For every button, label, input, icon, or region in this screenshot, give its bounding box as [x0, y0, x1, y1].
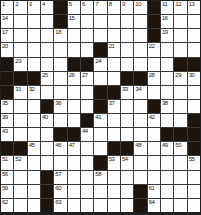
- white-cell[interactable]: [94, 29, 106, 42]
- white-cell[interactable]: 49: [161, 142, 173, 155]
- clue-number: 18: [55, 29, 61, 35]
- black-cell: [41, 171, 53, 184]
- white-cell[interactable]: 26: [68, 72, 80, 85]
- clue-number: 2: [15, 1, 18, 7]
- white-cell[interactable]: [108, 15, 120, 28]
- clue-number: 49: [162, 142, 168, 148]
- white-cell[interactable]: [108, 114, 120, 127]
- white-cell[interactable]: [81, 86, 93, 99]
- white-cell[interactable]: 38: [161, 100, 173, 113]
- white-cell[interactable]: 15: [68, 15, 80, 28]
- white-cell[interactable]: [188, 29, 200, 42]
- black-cell: [188, 114, 200, 127]
- white-cell[interactable]: [148, 156, 160, 169]
- white-cell[interactable]: [121, 15, 133, 28]
- white-cell[interactable]: [41, 156, 53, 169]
- black-cell: [148, 29, 160, 42]
- white-cell[interactable]: 45: [28, 142, 40, 155]
- black-cell: [28, 72, 40, 85]
- black-cell: [148, 1, 160, 14]
- black-cell: [14, 72, 26, 85]
- white-cell[interactable]: 50: [174, 142, 186, 155]
- white-cell[interactable]: [14, 100, 26, 113]
- white-cell[interactable]: [68, 199, 80, 212]
- white-cell[interactable]: [28, 185, 40, 198]
- clue-number: 1: [2, 1, 5, 7]
- white-cell[interactable]: 9: [121, 1, 133, 14]
- clue-number: 7: [95, 1, 98, 7]
- clue-number: 33: [122, 86, 128, 92]
- clue-number: 12: [175, 1, 181, 7]
- white-cell[interactable]: [174, 100, 186, 113]
- white-cell[interactable]: 32: [28, 86, 40, 99]
- white-cell[interactable]: 28: [148, 72, 160, 85]
- white-cell[interactable]: [161, 171, 173, 184]
- white-cell[interactable]: 3: [28, 1, 40, 14]
- clue-number: 17: [2, 29, 8, 35]
- white-cell[interactable]: [14, 15, 26, 28]
- black-cell: [1, 72, 13, 85]
- clue-number: 56: [2, 171, 8, 177]
- white-cell[interactable]: 41: [94, 114, 106, 127]
- black-cell: [188, 58, 200, 71]
- clue-number: 59: [2, 185, 8, 191]
- white-cell[interactable]: [108, 185, 120, 198]
- clue-number: 50: [175, 142, 181, 148]
- clue-number: 5: [69, 1, 72, 7]
- white-cell[interactable]: 5: [68, 1, 80, 14]
- white-cell[interactable]: 46: [54, 142, 66, 155]
- clue-number: 47: [69, 142, 75, 148]
- white-cell[interactable]: 51: [1, 156, 13, 169]
- black-cell: [188, 142, 200, 155]
- white-cell[interactable]: [161, 43, 173, 56]
- white-cell[interactable]: [28, 58, 40, 71]
- white-cell[interactable]: 59: [1, 185, 13, 198]
- white-cell[interactable]: [121, 199, 133, 212]
- clue-number: 26: [69, 72, 75, 78]
- white-cell[interactable]: [81, 185, 93, 198]
- white-cell[interactable]: [121, 128, 133, 141]
- clue-number: 35: [2, 100, 8, 106]
- clue-number: 51: [2, 156, 8, 162]
- white-cell[interactable]: [81, 43, 93, 56]
- white-cell[interactable]: 61: [148, 185, 160, 198]
- white-cell[interactable]: [134, 171, 146, 184]
- white-cell[interactable]: 36: [54, 100, 66, 113]
- clue-number: 64: [149, 199, 155, 205]
- black-cell: [54, 128, 66, 141]
- clue-number: 37: [109, 100, 115, 106]
- white-cell[interactable]: [188, 86, 200, 99]
- white-cell[interactable]: 47: [68, 142, 80, 155]
- clue-number: 48: [135, 142, 141, 148]
- white-cell[interactable]: [188, 185, 200, 198]
- clue-number: 61: [149, 185, 155, 191]
- white-cell[interactable]: [134, 29, 146, 42]
- white-cell[interactable]: [54, 156, 66, 169]
- white-cell[interactable]: [134, 128, 146, 141]
- white-cell[interactable]: 14: [1, 15, 13, 28]
- white-cell[interactable]: [94, 199, 106, 212]
- black-cell: [14, 142, 26, 155]
- black-cell: [134, 72, 146, 85]
- clue-number: 13: [189, 1, 195, 7]
- white-cell[interactable]: [81, 171, 93, 184]
- white-cell[interactable]: 62: [1, 199, 13, 212]
- white-cell[interactable]: [174, 15, 186, 28]
- white-cell[interactable]: [108, 58, 120, 71]
- white-cell[interactable]: [121, 185, 133, 198]
- white-cell[interactable]: 20: [1, 43, 13, 56]
- white-cell[interactable]: 39: [1, 114, 13, 127]
- white-cell[interactable]: [121, 114, 133, 127]
- black-cell: [94, 156, 106, 169]
- black-cell: [68, 128, 80, 141]
- black-cell: [41, 199, 53, 212]
- clue-number: 46: [55, 142, 61, 148]
- white-cell[interactable]: [161, 114, 173, 127]
- clue-number: 44: [82, 128, 88, 134]
- white-cell[interactable]: [174, 185, 186, 198]
- white-cell[interactable]: 54: [121, 156, 133, 169]
- white-cell[interactable]: [161, 58, 173, 71]
- white-cell[interactable]: 35: [1, 100, 13, 113]
- white-cell[interactable]: 58: [94, 171, 106, 184]
- white-cell[interactable]: [14, 185, 26, 198]
- white-cell[interactable]: [81, 142, 93, 155]
- white-cell[interactable]: 10: [134, 1, 146, 14]
- white-cell[interactable]: [28, 114, 40, 127]
- black-cell: [68, 58, 80, 71]
- clue-number: 39: [2, 114, 8, 120]
- white-cell[interactable]: 22: [148, 43, 160, 56]
- white-cell[interactable]: [188, 43, 200, 56]
- white-cell[interactable]: [161, 86, 173, 99]
- white-cell[interactable]: [134, 114, 146, 127]
- clue-number: 28: [149, 72, 155, 78]
- white-cell[interactable]: 17: [1, 29, 13, 42]
- clue-number: 41: [95, 114, 101, 120]
- white-cell[interactable]: [148, 142, 160, 155]
- black-cell: [94, 43, 106, 56]
- black-cell: [108, 142, 120, 155]
- white-cell[interactable]: [81, 29, 93, 42]
- black-cell: [1, 58, 13, 71]
- clue-number: 8: [109, 1, 112, 7]
- white-cell[interactable]: [14, 114, 26, 127]
- white-cell[interactable]: 42: [148, 114, 160, 127]
- black-cell: [54, 1, 66, 14]
- white-cell[interactable]: [161, 72, 173, 85]
- clue-number: 9: [122, 1, 125, 7]
- white-cell[interactable]: [81, 15, 93, 28]
- clue-number: 24: [95, 58, 101, 64]
- white-cell[interactable]: [54, 43, 66, 56]
- white-cell[interactable]: [188, 100, 200, 113]
- black-cell: [134, 199, 146, 212]
- clue-number: 62: [2, 199, 8, 205]
- black-cell: [94, 86, 106, 99]
- white-cell[interactable]: [41, 15, 53, 28]
- white-cell[interactable]: [14, 171, 26, 184]
- white-cell[interactable]: 18: [54, 29, 66, 42]
- white-cell[interactable]: [41, 86, 53, 99]
- white-cell[interactable]: [68, 156, 80, 169]
- clue-number: 57: [55, 171, 61, 177]
- white-cell[interactable]: [94, 72, 106, 85]
- white-cell[interactable]: 8: [108, 1, 120, 14]
- white-cell[interactable]: [68, 29, 80, 42]
- clue-number: 30: [189, 72, 195, 78]
- white-cell[interactable]: 13: [188, 1, 200, 14]
- white-cell[interactable]: 56: [1, 171, 13, 184]
- clue-number: 32: [29, 86, 35, 92]
- clue-number: 60: [55, 185, 61, 191]
- white-cell[interactable]: [161, 185, 173, 198]
- clue-number: 11: [162, 1, 167, 7]
- white-cell[interactable]: [81, 156, 93, 169]
- white-cell[interactable]: 23: [14, 58, 26, 71]
- white-cell[interactable]: 7: [94, 1, 106, 14]
- white-cell[interactable]: 55: [188, 156, 200, 169]
- white-cell[interactable]: [174, 86, 186, 99]
- black-cell: [1, 142, 13, 155]
- clue-number: 29: [175, 72, 181, 78]
- clue-number: 58: [95, 171, 101, 177]
- white-cell[interactable]: [134, 58, 146, 71]
- white-cell[interactable]: [161, 199, 173, 212]
- white-cell[interactable]: [41, 128, 53, 141]
- black-cell: [121, 142, 133, 155]
- white-cell[interactable]: [68, 185, 80, 198]
- clue-number: 54: [122, 156, 128, 162]
- white-cell[interactable]: [94, 15, 106, 28]
- black-cell: [108, 86, 120, 99]
- black-cell: [81, 58, 93, 71]
- clue-number: 31: [15, 86, 21, 92]
- white-cell[interactable]: 34: [134, 86, 146, 99]
- clue-number: 16: [162, 15, 168, 21]
- white-cell[interactable]: [81, 199, 93, 212]
- white-cell[interactable]: 33: [121, 86, 133, 99]
- black-cell: [94, 100, 106, 113]
- white-cell[interactable]: [174, 199, 186, 212]
- black-cell: [188, 128, 200, 141]
- white-cell[interactable]: [28, 171, 40, 184]
- white-cell[interactable]: [54, 72, 66, 85]
- white-cell[interactable]: [108, 72, 120, 85]
- clue-number: 23: [15, 58, 21, 64]
- clue-number: 27: [82, 72, 88, 78]
- white-cell[interactable]: [121, 29, 133, 42]
- black-cell: [41, 100, 53, 113]
- white-cell[interactable]: 40: [41, 114, 53, 127]
- white-cell[interactable]: [41, 29, 53, 42]
- white-cell[interactable]: [174, 171, 186, 184]
- white-cell[interactable]: 64: [148, 199, 160, 212]
- clue-number: 38: [162, 100, 168, 106]
- white-cell[interactable]: 37: [108, 100, 120, 113]
- white-cell[interactable]: 12: [174, 1, 186, 14]
- black-cell: [148, 15, 160, 28]
- clue-number: 34: [135, 86, 141, 92]
- black-cell: [148, 100, 160, 113]
- white-cell[interactable]: [14, 128, 26, 141]
- white-cell[interactable]: [188, 199, 200, 212]
- white-cell[interactable]: 29: [174, 72, 186, 85]
- clue-number: 40: [42, 114, 48, 120]
- clue-number: 36: [55, 100, 61, 106]
- white-cell[interactable]: [41, 142, 53, 155]
- white-cell[interactable]: [68, 86, 80, 99]
- white-cell[interactable]: [174, 156, 186, 169]
- white-cell[interactable]: [161, 156, 173, 169]
- clue-number: 20: [2, 43, 8, 49]
- black-cell: [41, 185, 53, 198]
- white-cell[interactable]: [94, 128, 106, 141]
- white-cell[interactable]: [28, 29, 40, 42]
- white-cell[interactable]: 44: [81, 128, 93, 141]
- white-cell[interactable]: [134, 156, 146, 169]
- black-cell: [121, 72, 133, 85]
- white-cell[interactable]: [148, 171, 160, 184]
- white-cell[interactable]: [28, 199, 40, 212]
- white-cell[interactable]: [134, 43, 146, 56]
- white-cell[interactable]: 53: [108, 156, 120, 169]
- white-cell[interactable]: [54, 86, 66, 99]
- white-cell[interactable]: [28, 156, 40, 169]
- white-cell[interactable]: [188, 171, 200, 184]
- black-cell: [174, 58, 186, 71]
- clue-number: 55: [189, 156, 195, 162]
- white-cell[interactable]: [121, 171, 133, 184]
- white-cell[interactable]: [41, 43, 53, 56]
- white-cell[interactable]: 52: [14, 156, 26, 169]
- white-cell[interactable]: 24: [94, 58, 106, 71]
- white-cell[interactable]: [121, 43, 133, 56]
- clue-number: 42: [149, 114, 155, 120]
- black-cell: [54, 15, 66, 28]
- clue-number: 3: [29, 1, 32, 7]
- clue-number: 21: [109, 43, 115, 49]
- white-cell[interactable]: [28, 43, 40, 56]
- white-cell[interactable]: 48: [134, 142, 146, 155]
- white-cell[interactable]: 31: [14, 86, 26, 99]
- white-cell[interactable]: [108, 29, 120, 42]
- white-cell[interactable]: [121, 58, 133, 71]
- white-cell[interactable]: [108, 199, 120, 212]
- white-cell[interactable]: [188, 15, 200, 28]
- white-cell[interactable]: [28, 15, 40, 28]
- white-cell[interactable]: [54, 58, 66, 71]
- white-cell[interactable]: [108, 128, 120, 141]
- white-cell[interactable]: [174, 43, 186, 56]
- white-cell[interactable]: 43: [1, 128, 13, 141]
- white-cell[interactable]: 57: [54, 171, 66, 184]
- white-cell[interactable]: 1: [1, 1, 13, 14]
- white-cell[interactable]: 27: [81, 72, 93, 85]
- white-cell[interactable]: [174, 29, 186, 42]
- clue-number: 22: [149, 43, 155, 49]
- white-cell[interactable]: [108, 171, 120, 184]
- clue-number: 4: [42, 1, 45, 7]
- clue-number: 14: [2, 15, 8, 21]
- clue-number: 25: [42, 72, 48, 78]
- white-cell[interactable]: [134, 100, 146, 113]
- white-cell[interactable]: [148, 86, 160, 99]
- white-cell[interactable]: 63: [54, 199, 66, 212]
- white-cell[interactable]: [54, 114, 66, 127]
- white-cell[interactable]: [28, 100, 40, 113]
- white-cell[interactable]: 4: [41, 1, 53, 14]
- crossword-board: 1234567891011121314151617181920212223242…: [0, 0, 201, 215]
- white-cell[interactable]: 2: [14, 1, 26, 14]
- white-cell[interactable]: [148, 128, 160, 141]
- clue-number: 43: [2, 128, 8, 134]
- white-cell[interactable]: [68, 100, 80, 113]
- white-cell[interactable]: 11: [161, 1, 173, 14]
- white-cell[interactable]: [121, 100, 133, 113]
- white-cell[interactable]: 21: [108, 43, 120, 56]
- clue-number: 53: [109, 156, 115, 162]
- white-cell[interactable]: [81, 100, 93, 113]
- white-cell[interactable]: [14, 29, 26, 42]
- clue-number: 52: [15, 156, 21, 162]
- white-cell[interactable]: [28, 128, 40, 141]
- clue-number: 63: [55, 199, 61, 205]
- white-cell[interactable]: 30: [188, 72, 200, 85]
- clue-number: 15: [69, 15, 75, 21]
- clue-number: 45: [29, 142, 35, 148]
- black-cell: [174, 128, 186, 141]
- white-cell[interactable]: [148, 58, 160, 71]
- white-cell[interactable]: 60: [54, 185, 66, 198]
- black-cell: [1, 86, 13, 99]
- white-cell[interactable]: [94, 142, 106, 155]
- white-cell[interactable]: [174, 114, 186, 127]
- white-cell[interactable]: 16: [161, 15, 173, 28]
- white-cell[interactable]: [14, 43, 26, 56]
- clue-number: 6: [82, 1, 85, 7]
- white-cell[interactable]: 25: [41, 72, 53, 85]
- white-cell[interactable]: [41, 58, 53, 71]
- white-cell[interactable]: 19: [161, 29, 173, 42]
- black-cell: [81, 114, 93, 127]
- white-cell[interactable]: [134, 15, 146, 28]
- black-cell: [161, 128, 173, 141]
- white-cell[interactable]: [68, 171, 80, 184]
- black-cell: [134, 185, 146, 198]
- white-cell[interactable]: [68, 43, 80, 56]
- clue-number: 19: [162, 29, 168, 35]
- clue-number: 10: [135, 1, 141, 7]
- white-cell[interactable]: [94, 185, 106, 198]
- white-cell[interactable]: [68, 114, 80, 127]
- white-cell[interactable]: 6: [81, 1, 93, 14]
- white-cell[interactable]: [14, 199, 26, 212]
